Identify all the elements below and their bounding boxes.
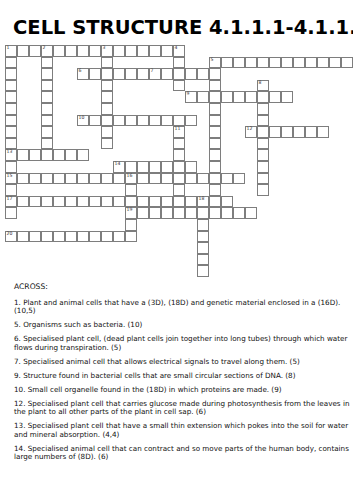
cell[interactable] (89, 231, 101, 243)
cell[interactable] (281, 126, 293, 138)
cell[interactable] (5, 80, 17, 92)
cell[interactable] (185, 173, 197, 185)
word-4-down (173, 45, 185, 91)
cell[interactable] (5, 184, 17, 196)
word-10-across (77, 115, 197, 127)
clue-item-7: 7. Specialised animal cell that allows e… (14, 358, 350, 366)
cell[interactable] (41, 126, 53, 138)
cell[interactable] (101, 196, 113, 208)
cell[interactable] (161, 115, 173, 127)
word-5-down (209, 57, 221, 208)
cell[interactable] (41, 149, 53, 161)
cell-number-17: 17 (5, 196, 12, 202)
cell[interactable] (113, 173, 125, 185)
cell[interactable] (137, 196, 149, 208)
cell[interactable] (101, 91, 113, 103)
clue-item-13: 13. Specialised plant cell that have a s… (14, 422, 350, 439)
word-11-down (173, 126, 185, 207)
cell[interactable] (221, 173, 233, 185)
cell[interactable] (113, 231, 125, 243)
cell-number-5: 5 (209, 57, 213, 63)
cell[interactable] (125, 219, 137, 231)
cell[interactable] (293, 126, 305, 138)
cell[interactable] (137, 161, 149, 173)
cell[interactable] (173, 138, 185, 150)
cell[interactable] (65, 45, 77, 57)
cell-number-20: 20 (5, 231, 12, 237)
cell[interactable] (17, 173, 29, 185)
cell[interactable] (197, 242, 209, 254)
cell[interactable] (5, 115, 17, 127)
cell[interactable] (293, 57, 305, 69)
cell[interactable] (329, 57, 341, 69)
cell[interactable] (173, 207, 185, 219)
cell[interactable] (41, 231, 53, 243)
cell[interactable] (173, 173, 185, 185)
cell[interactable] (41, 196, 53, 208)
cell[interactable] (17, 45, 29, 57)
cell[interactable] (65, 149, 77, 161)
cell[interactable] (17, 149, 29, 161)
cell[interactable] (173, 80, 185, 92)
cell[interactable] (5, 91, 17, 103)
cell[interactable] (269, 91, 281, 103)
cell[interactable] (5, 103, 17, 115)
clue-item-5: 5. Organisms such as bacteria. (10) (14, 321, 350, 329)
cell[interactable] (89, 45, 101, 57)
cell[interactable] (257, 115, 269, 127)
word-8-down (257, 80, 269, 196)
cell[interactable] (197, 207, 209, 219)
cell[interactable] (197, 91, 209, 103)
cell[interactable] (209, 196, 221, 208)
across-clues: 1. Plant and animal cells that have a (3… (14, 299, 350, 462)
cell[interactable] (233, 57, 245, 69)
cell[interactable] (173, 196, 185, 208)
cell[interactable] (77, 231, 89, 243)
word-1-across (5, 45, 185, 57)
word-20-across (5, 231, 137, 243)
cell[interactable] (125, 68, 137, 80)
cell[interactable] (233, 173, 245, 185)
cell[interactable] (5, 138, 17, 150)
word-3-down (101, 45, 113, 149)
cell[interactable] (305, 57, 317, 69)
cell[interactable] (221, 196, 233, 208)
cell[interactable] (53, 45, 65, 57)
cell[interactable] (149, 161, 161, 173)
cell[interactable] (53, 196, 65, 208)
cell[interactable] (209, 161, 221, 173)
cell[interactable] (101, 115, 113, 127)
cell[interactable] (113, 196, 125, 208)
cell[interactable] (41, 80, 53, 92)
cell[interactable] (89, 196, 101, 208)
cell[interactable] (149, 45, 161, 57)
cell[interactable] (125, 231, 137, 243)
cell[interactable] (173, 149, 185, 161)
cell[interactable] (41, 173, 53, 185)
cell[interactable] (305, 126, 317, 138)
cell[interactable] (209, 138, 221, 150)
cell[interactable] (29, 45, 41, 57)
cell[interactable] (209, 184, 221, 196)
cell[interactable] (173, 115, 185, 127)
cell[interactable] (29, 173, 41, 185)
cell[interactable] (113, 68, 125, 80)
cell[interactable] (161, 45, 173, 57)
cell[interactable] (101, 68, 113, 80)
cell[interactable] (5, 68, 17, 80)
cell[interactable] (197, 254, 209, 266)
cell[interactable] (185, 196, 197, 208)
cell[interactable] (125, 161, 137, 173)
cell[interactable] (5, 161, 17, 173)
cell[interactable] (41, 91, 53, 103)
cell[interactable] (185, 207, 197, 219)
cell[interactable] (257, 173, 269, 185)
cell[interactable] (101, 103, 113, 115)
cell[interactable] (53, 149, 65, 161)
cell[interactable] (173, 57, 185, 69)
cell[interactable] (17, 196, 29, 208)
cell[interactable] (245, 91, 257, 103)
cell[interactable] (221, 91, 233, 103)
cell[interactable] (77, 149, 89, 161)
cell[interactable] (197, 231, 209, 243)
cell[interactable] (149, 207, 161, 219)
cell[interactable] (209, 207, 221, 219)
cell[interactable] (89, 115, 101, 127)
cell[interactable] (41, 57, 53, 69)
clue-item-6: 6. Specialised plant cell, (dead plant c… (14, 335, 350, 352)
cell[interactable] (341, 57, 353, 69)
cell-number-8: 8 (257, 80, 261, 86)
cell-number-14: 14 (113, 161, 120, 167)
across-heading: ACROSS: (14, 283, 350, 292)
word-19-across (125, 207, 257, 219)
cell-number-15: 15 (5, 173, 12, 179)
cell[interactable] (317, 57, 329, 69)
cell[interactable] (233, 207, 245, 219)
cell[interactable] (29, 231, 41, 243)
cell[interactable] (197, 173, 209, 185)
cell[interactable] (77, 196, 89, 208)
cell-number-13: 13 (5, 149, 12, 155)
cell[interactable] (101, 80, 113, 92)
cell[interactable] (53, 173, 65, 185)
cell-number-11: 11 (173, 126, 180, 132)
word-2-down (41, 45, 53, 161)
cell[interactable] (209, 80, 221, 92)
cell-number-1: 1 (5, 45, 9, 51)
cell[interactable] (77, 173, 89, 185)
cell[interactable] (149, 115, 161, 127)
cell[interactable] (89, 173, 101, 185)
cell[interactable] (221, 57, 233, 69)
cell[interactable] (257, 161, 269, 173)
cell[interactable] (257, 126, 269, 138)
cell[interactable] (281, 57, 293, 69)
clue-item-9: 9. Structure found in bacterial cells th… (14, 372, 350, 380)
cell-number-4: 4 (173, 45, 177, 51)
cell[interactable] (89, 68, 101, 80)
cell[interactable] (173, 68, 185, 80)
cell[interactable] (101, 138, 113, 150)
cell[interactable] (101, 173, 113, 185)
cell[interactable] (185, 161, 197, 173)
cell[interactable] (209, 68, 221, 80)
cell[interactable] (257, 91, 269, 103)
cell[interactable] (29, 149, 41, 161)
cell[interactable] (125, 45, 137, 57)
cell-number-16: 16 (125, 173, 132, 179)
cell[interactable] (161, 207, 173, 219)
cell[interactable] (53, 231, 65, 243)
word-5-across (209, 57, 353, 69)
cell[interactable] (245, 207, 257, 219)
cell-number-18: 18 (197, 196, 204, 202)
cell[interactable] (5, 57, 17, 69)
cell[interactable] (77, 45, 89, 57)
cell[interactable] (173, 161, 185, 173)
cell[interactable] (137, 173, 149, 185)
cell[interactable] (113, 115, 125, 127)
cell-number-6: 6 (77, 68, 81, 74)
cell[interactable] (125, 196, 137, 208)
cell[interactable] (197, 219, 209, 231)
cell-number-19: 19 (125, 207, 132, 213)
cell[interactable] (29, 196, 41, 208)
cell[interactable] (101, 57, 113, 69)
cell[interactable] (173, 184, 185, 196)
cell[interactable] (161, 173, 173, 185)
clue-item-10: 10. Small cell organelle found in the (1… (14, 386, 350, 394)
cell[interactable] (269, 57, 281, 69)
crossword-board: 1234567891011121314151617181920 (0, 0, 353, 290)
word-1-down (5, 45, 17, 219)
word-18-down (197, 196, 209, 277)
cell[interactable] (221, 207, 233, 219)
cell[interactable] (209, 103, 221, 115)
cell[interactable] (257, 149, 269, 161)
cell[interactable] (257, 138, 269, 150)
cell[interactable] (269, 126, 281, 138)
cell[interactable] (137, 45, 149, 57)
cell[interactable] (257, 184, 269, 196)
cell[interactable] (5, 207, 17, 219)
clue-list: ACROSS: 1. Plant and animal cells that h… (14, 283, 350, 467)
cell[interactable] (209, 149, 221, 161)
cell[interactable] (317, 126, 329, 138)
cell[interactable] (161, 161, 173, 173)
cell[interactable] (17, 231, 29, 243)
cell[interactable] (137, 68, 149, 80)
cell[interactable] (233, 91, 245, 103)
clue-item-1: 1. Plant and animal cells that have a (3… (14, 299, 350, 316)
cell[interactable] (209, 173, 221, 185)
cell[interactable] (197, 265, 209, 277)
cell[interactable] (65, 173, 77, 185)
cell[interactable] (209, 91, 221, 103)
cell-number-12: 12 (245, 126, 252, 132)
worksheet-page: CELL STRUCTURE 4.1.1.1-4.1.1.5 123456789… (0, 0, 353, 500)
cell[interactable] (113, 45, 125, 57)
cell[interactable] (209, 126, 221, 138)
cell-number-7: 7 (149, 68, 153, 74)
cell[interactable] (5, 126, 17, 138)
cell-number-9: 9 (185, 91, 189, 97)
cell[interactable] (161, 196, 173, 208)
cell-number-10: 10 (77, 115, 84, 121)
cell[interactable] (185, 68, 197, 80)
cell[interactable] (65, 196, 77, 208)
clue-item-14: 14. Specialised animal cell that can con… (14, 445, 350, 462)
cell[interactable] (125, 184, 137, 196)
clue-item-12: 12. Specialised plant cell that carries … (14, 400, 350, 417)
word-9-across (185, 91, 293, 103)
cell[interactable] (41, 103, 53, 115)
cell[interactable] (257, 103, 269, 115)
word-6-across (77, 68, 149, 80)
cell[interactable] (41, 68, 53, 80)
cell[interactable] (137, 115, 149, 127)
cell[interactable] (41, 115, 53, 127)
cell-number-3: 3 (101, 45, 105, 51)
cell[interactable] (65, 231, 77, 243)
cell[interactable] (161, 68, 173, 80)
cell[interactable] (149, 173, 161, 185)
cell[interactable] (185, 115, 197, 127)
cell[interactable] (209, 115, 221, 127)
cell[interactable] (41, 138, 53, 150)
cell-number-2: 2 (41, 45, 45, 51)
cell[interactable] (125, 115, 137, 127)
cell[interactable] (101, 231, 113, 243)
cell[interactable] (245, 57, 257, 69)
cell[interactable] (281, 91, 293, 103)
cell[interactable] (137, 207, 149, 219)
cell[interactable] (149, 196, 161, 208)
cell[interactable] (197, 68, 209, 80)
cell[interactable] (257, 57, 269, 69)
cell[interactable] (101, 126, 113, 138)
